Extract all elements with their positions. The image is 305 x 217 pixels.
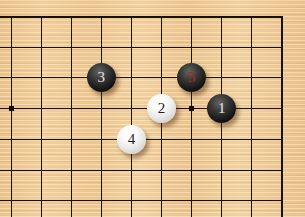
board-horizontal-line — [0, 47, 283, 48]
stone-black-3[interactable]: 3 — [87, 63, 116, 92]
stone-white-4[interactable]: 4 — [117, 125, 146, 154]
board-horizontal-line — [0, 16, 283, 18]
board-horizontal-line — [0, 77, 283, 78]
go-board[interactable]: 12345 — [0, 0, 305, 217]
stone-black-1[interactable]: 1 — [207, 94, 236, 123]
stone-white-2[interactable]: 2 — [147, 94, 176, 123]
board-horizontal-line — [0, 108, 283, 109]
go-board-diagram: 12345 — [0, 0, 305, 217]
star-point — [9, 106, 14, 111]
stone-black-5[interactable]: 5 — [177, 63, 206, 92]
board-horizontal-line — [0, 170, 283, 171]
board-horizontal-line — [0, 200, 283, 201]
star-point — [189, 106, 194, 111]
